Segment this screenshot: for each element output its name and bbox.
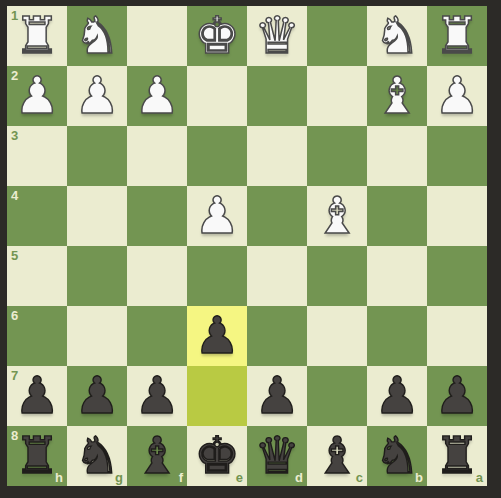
square-g2[interactable]: ♟ bbox=[67, 66, 127, 126]
square-c5[interactable] bbox=[307, 246, 367, 306]
white-pawn-e4[interactable]: ♟ bbox=[194, 190, 240, 241]
square-a8[interactable]: ♜a bbox=[427, 426, 487, 486]
rank-label-1: 1 bbox=[11, 9, 18, 22]
square-f8[interactable]: ♝f bbox=[127, 426, 187, 486]
file-label-g: g bbox=[115, 471, 123, 484]
square-f5[interactable] bbox=[127, 246, 187, 306]
white-king-e1[interactable]: ♚ bbox=[194, 10, 240, 61]
rank-label-8: 8 bbox=[11, 429, 18, 442]
white-bishop-b2[interactable]: ♝ bbox=[374, 70, 420, 121]
square-g1[interactable]: ♞ bbox=[67, 6, 127, 66]
square-b4[interactable] bbox=[367, 186, 427, 246]
square-h7[interactable]: ♟7 bbox=[7, 366, 67, 426]
file-label-f: f bbox=[179, 471, 183, 484]
square-e8[interactable]: ♚e bbox=[187, 426, 247, 486]
square-f6[interactable] bbox=[127, 306, 187, 366]
black-pawn-e6[interactable]: ♟ bbox=[194, 310, 240, 361]
square-c4[interactable]: ♝ bbox=[307, 186, 367, 246]
black-rook-a8[interactable]: ♜ bbox=[434, 430, 480, 481]
square-a4[interactable] bbox=[427, 186, 487, 246]
square-d7[interactable]: ♟ bbox=[247, 366, 307, 426]
square-c2[interactable] bbox=[307, 66, 367, 126]
square-h5[interactable]: 5 bbox=[7, 246, 67, 306]
square-g7[interactable]: ♟ bbox=[67, 366, 127, 426]
square-b5[interactable] bbox=[367, 246, 427, 306]
black-knight-b8[interactable]: ♞ bbox=[374, 430, 420, 481]
rank-label-7: 7 bbox=[11, 369, 18, 382]
white-knight-g1[interactable]: ♞ bbox=[74, 10, 120, 61]
square-g5[interactable] bbox=[67, 246, 127, 306]
square-c7[interactable] bbox=[307, 366, 367, 426]
black-bishop-f8[interactable]: ♝ bbox=[134, 430, 180, 481]
white-pawn-a2[interactable]: ♟ bbox=[434, 70, 480, 121]
square-c8[interactable]: ♝c bbox=[307, 426, 367, 486]
square-c3[interactable] bbox=[307, 126, 367, 186]
white-pawn-f2[interactable]: ♟ bbox=[134, 70, 180, 121]
square-f3[interactable] bbox=[127, 126, 187, 186]
black-pawn-d7[interactable]: ♟ bbox=[254, 370, 300, 421]
square-g4[interactable] bbox=[67, 186, 127, 246]
file-label-c: c bbox=[356, 471, 363, 484]
black-pawn-g7[interactable]: ♟ bbox=[74, 370, 120, 421]
square-d8[interactable]: ♛d bbox=[247, 426, 307, 486]
file-label-b: b bbox=[415, 471, 423, 484]
square-g3[interactable] bbox=[67, 126, 127, 186]
white-pawn-h2[interactable]: ♟ bbox=[14, 70, 60, 121]
square-e4[interactable]: ♟ bbox=[187, 186, 247, 246]
white-rook-a1[interactable]: ♜ bbox=[434, 10, 480, 61]
chess-board: ♜1♞♚♛♞♜♟2♟♟♝♟34♟♝56♟♟7♟♟♟♟♟♜8h♞g♝f♚e♛d♝c… bbox=[7, 6, 487, 486]
black-rook-h8[interactable]: ♜ bbox=[14, 430, 60, 481]
square-d2[interactable] bbox=[247, 66, 307, 126]
square-h3[interactable]: 3 bbox=[7, 126, 67, 186]
black-pawn-a7[interactable]: ♟ bbox=[434, 370, 480, 421]
square-a5[interactable] bbox=[427, 246, 487, 306]
file-label-a: a bbox=[476, 471, 483, 484]
square-b6[interactable] bbox=[367, 306, 427, 366]
black-pawn-f7[interactable]: ♟ bbox=[134, 370, 180, 421]
file-label-h: h bbox=[55, 471, 63, 484]
rank-label-2: 2 bbox=[11, 69, 18, 82]
square-c1[interactable] bbox=[307, 6, 367, 66]
square-g6[interactable] bbox=[67, 306, 127, 366]
rank-label-4: 4 bbox=[11, 189, 18, 202]
square-h2[interactable]: ♟2 bbox=[7, 66, 67, 126]
square-e3[interactable] bbox=[187, 126, 247, 186]
square-f1[interactable] bbox=[127, 6, 187, 66]
black-pawn-h7[interactable]: ♟ bbox=[14, 370, 60, 421]
rank-label-3: 3 bbox=[11, 129, 18, 142]
square-d1[interactable]: ♛ bbox=[247, 6, 307, 66]
square-e2[interactable] bbox=[187, 66, 247, 126]
white-queen-d1[interactable]: ♛ bbox=[254, 10, 300, 61]
square-g8[interactable]: ♞g bbox=[67, 426, 127, 486]
square-f4[interactable] bbox=[127, 186, 187, 246]
square-b1[interactable]: ♞ bbox=[367, 6, 427, 66]
white-knight-b1[interactable]: ♞ bbox=[374, 10, 420, 61]
square-a6[interactable] bbox=[427, 306, 487, 366]
square-e6[interactable]: ♟ bbox=[187, 306, 247, 366]
white-pawn-g2[interactable]: ♟ bbox=[74, 70, 120, 121]
white-bishop-c4[interactable]: ♝ bbox=[314, 190, 360, 241]
square-a1[interactable]: ♜ bbox=[427, 6, 487, 66]
square-h8[interactable]: ♜8h bbox=[7, 426, 67, 486]
square-e5[interactable] bbox=[187, 246, 247, 306]
square-b7[interactable]: ♟ bbox=[367, 366, 427, 426]
black-king-e8[interactable]: ♚ bbox=[194, 430, 240, 481]
rank-label-6: 6 bbox=[11, 309, 18, 322]
square-h1[interactable]: ♜1 bbox=[7, 6, 67, 66]
rank-label-5: 5 bbox=[11, 249, 18, 262]
black-queen-d8[interactable]: ♛ bbox=[254, 430, 300, 481]
square-h6[interactable]: 6 bbox=[7, 306, 67, 366]
square-b3[interactable] bbox=[367, 126, 427, 186]
square-e1[interactable]: ♚ bbox=[187, 6, 247, 66]
square-b8[interactable]: ♞b bbox=[367, 426, 427, 486]
black-pawn-b7[interactable]: ♟ bbox=[374, 370, 420, 421]
square-a7[interactable]: ♟ bbox=[427, 366, 487, 426]
square-d4[interactable] bbox=[247, 186, 307, 246]
black-bishop-c8[interactable]: ♝ bbox=[314, 430, 360, 481]
square-b2[interactable]: ♝ bbox=[367, 66, 427, 126]
white-rook-h1[interactable]: ♜ bbox=[14, 10, 60, 61]
file-label-e: e bbox=[236, 471, 243, 484]
square-a3[interactable] bbox=[427, 126, 487, 186]
square-f2[interactable]: ♟ bbox=[127, 66, 187, 126]
square-d5[interactable] bbox=[247, 246, 307, 306]
square-e7[interactable] bbox=[187, 366, 247, 426]
square-d3[interactable] bbox=[247, 126, 307, 186]
square-d6[interactable] bbox=[247, 306, 307, 366]
square-a2[interactable]: ♟ bbox=[427, 66, 487, 126]
square-f7[interactable]: ♟ bbox=[127, 366, 187, 426]
square-h4[interactable]: 4 bbox=[7, 186, 67, 246]
black-knight-g8[interactable]: ♞ bbox=[74, 430, 120, 481]
square-c6[interactable] bbox=[307, 306, 367, 366]
file-label-d: d bbox=[295, 471, 303, 484]
